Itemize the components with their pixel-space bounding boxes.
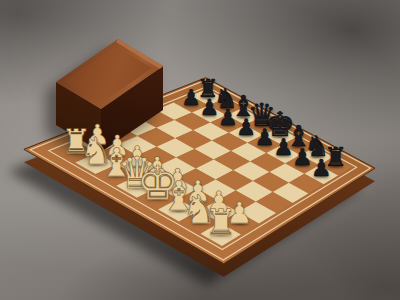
- piece-shadow: [124, 184, 150, 191]
- piece-shadow: [198, 112, 221, 118]
- piece-shadow: [165, 186, 190, 193]
- piece-shadow: [64, 150, 89, 157]
- piece-shadow: [305, 154, 328, 160]
- piece-shadow: [269, 134, 292, 140]
- piece-shadow: [214, 105, 236, 111]
- piece-shadow: [166, 208, 192, 215]
- piece-shadow: [250, 124, 273, 130]
- chess-set-photo: ♜♞♝♛♚♝♞♜♟♟♟♟♟♟♟♟♟♟♟♟♟♟♟♟♜♞♝♛♚♝♞♜: [0, 0, 400, 300]
- piece-shadow: [185, 197, 211, 204]
- piece-shadow: [104, 173, 130, 180]
- piece-shadow: [186, 220, 212, 227]
- piece-shadow: [309, 172, 333, 178]
- piece-shadow: [145, 174, 170, 181]
- piece-shadow: [208, 232, 235, 239]
- piece-shadow: [180, 102, 203, 108]
- piece-shadow: [216, 122, 239, 128]
- piece-shadow: [287, 144, 310, 150]
- piece-shadow: [84, 161, 109, 168]
- piece-shadow: [125, 163, 150, 170]
- piece-shadow: [290, 162, 314, 168]
- piece-shadow: [206, 209, 232, 216]
- piece-shadow: [145, 196, 171, 203]
- piece-shadow: [253, 142, 276, 148]
- piece-shadow: [272, 152, 295, 158]
- piece-shadow: [105, 152, 130, 159]
- piece-shadow: [226, 221, 252, 228]
- piece-shadow: [232, 114, 255, 120]
- piece-shadow: [235, 132, 258, 138]
- piece-shadow: [85, 141, 110, 148]
- piece-shadow: [324, 164, 347, 170]
- piece-shadow: [197, 95, 219, 101]
- pieces-layer: ♜♞♝♛♚♝♞♜♟♟♟♟♟♟♟♟♟♟♟♟♟♟♟♟♜♞♝♛♚♝♞♜: [0, 0, 400, 300]
